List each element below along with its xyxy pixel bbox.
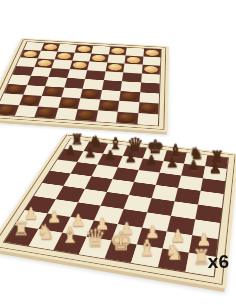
light-checker-disc (23, 51, 38, 58)
checkers-square-f6 (105, 63, 124, 73)
chess-square-g6 (178, 175, 203, 191)
checkers-square-e2 (78, 98, 100, 110)
checkers-grid (0, 42, 161, 126)
quantity-badge: x6 (208, 251, 229, 273)
checkers-square-f2 (98, 100, 120, 112)
checkers-square-d1 (55, 108, 78, 120)
checkers-square-e3 (80, 88, 101, 99)
dark-checker-disc (22, 96, 39, 105)
chess-square-h5 (198, 191, 224, 208)
light-checker-disc (144, 66, 158, 73)
light-checker-disc (37, 60, 52, 67)
checkers-square-e1 (75, 109, 98, 121)
light-checker-disc (145, 50, 158, 57)
checkers-square-e5 (85, 70, 105, 80)
checkers-board (0, 38, 169, 132)
light-checker-disc (43, 44, 57, 50)
dark-checker-disc (37, 108, 54, 117)
checkers-square-g5 (122, 72, 141, 82)
dark-checker-disc (78, 110, 95, 119)
checkers-square-f1 (95, 110, 117, 123)
chess-square-h6 (201, 178, 226, 194)
dark-checker-disc (45, 87, 61, 95)
chess-board-frame: ♜♞♝♛♚♝♞♜♟♟♟♟♟♟♟♟♟♟♟♟♟♟♟♟♜♞♝♛♚♝♞♜ (0, 133, 236, 288)
chess-square-d4 (101, 192, 129, 209)
checkers-square-h5 (141, 73, 160, 83)
dark-checker-disc (141, 104, 156, 113)
checkers-square-g1 (116, 112, 138, 125)
checkers-square-c2 (38, 96, 61, 108)
dark-checker-disc (7, 85, 24, 93)
light-checker-disc (57, 53, 72, 60)
light-checker-disc (127, 57, 141, 64)
chess-square-f6 (156, 173, 181, 188)
light-checker-disc (72, 62, 87, 69)
checkers-square-g4 (121, 81, 141, 92)
dark-checker-disc (83, 90, 99, 98)
checkers-square-h1 (137, 113, 158, 126)
checkers-square-f5 (103, 71, 123, 81)
dark-checker-disc (100, 101, 116, 110)
light-checker-disc (92, 55, 106, 62)
chess-square-f4 (147, 198, 175, 216)
dark-checker-disc (61, 99, 78, 108)
checkers-board-frame (0, 38, 169, 132)
chess-board: ♜♞♝♛♚♝♞♜♟♟♟♟♟♟♟♟♟♟♟♟♟♟♟♟♜♞♝♛♚♝♞♜ (0, 133, 236, 288)
chess-square-h4 (195, 205, 222, 223)
dark-checker-disc (119, 113, 135, 122)
dark-checker-disc (122, 92, 137, 100)
light-checker-disc (108, 64, 122, 71)
checkers-square-a3 (4, 84, 27, 95)
checkers-square-f3 (100, 90, 121, 101)
light-checker-disc (111, 48, 125, 54)
black-pawn-piece: ♟ (202, 162, 228, 176)
light-checker-disc (77, 46, 91, 52)
chess-grid: ♜♞♝♛♚♝♞♜♟♟♟♟♟♟♟♟♟♟♟♟♟♟♟♟♜♞♝♛♚♝♞♜ (4, 139, 228, 276)
checkers-square-d4 (64, 78, 85, 89)
dark-checker-disc (0, 105, 16, 114)
